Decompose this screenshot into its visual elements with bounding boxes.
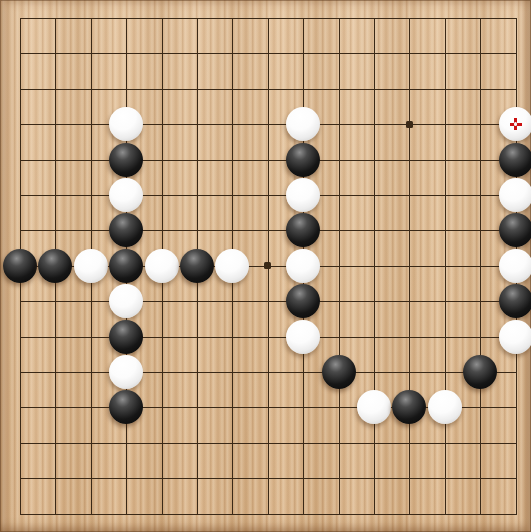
- grid-line-horizontal: [20, 372, 517, 373]
- white-stone: [74, 249, 108, 283]
- white-stone: [499, 107, 531, 141]
- grid-line-horizontal: [20, 301, 517, 302]
- black-stone: [109, 143, 143, 177]
- white-stone: [499, 178, 531, 212]
- black-stone: [109, 390, 143, 424]
- white-stone: [286, 178, 320, 212]
- white-stone: [109, 284, 143, 318]
- grid-line-horizontal: [20, 337, 517, 338]
- last-move-marker: [508, 116, 524, 132]
- star-point: [406, 121, 413, 128]
- black-stone: [3, 249, 37, 283]
- screenshot-stage: [0, 0, 531, 532]
- black-stone: [322, 355, 356, 389]
- white-stone: [215, 249, 249, 283]
- white-stone: [286, 249, 320, 283]
- black-stone: [499, 143, 531, 177]
- grid-line-vertical: [339, 18, 340, 515]
- star-point: [264, 262, 271, 269]
- grid-line-horizontal: [20, 443, 517, 444]
- grid-line-horizontal: [20, 478, 517, 479]
- white-stone: [109, 107, 143, 141]
- grid-line-vertical: [445, 18, 446, 515]
- grid-line-vertical: [480, 18, 481, 515]
- black-stone: [109, 213, 143, 247]
- black-stone: [286, 284, 320, 318]
- black-stone: [499, 213, 531, 247]
- grid-line-vertical: [409, 18, 410, 515]
- white-stone: [109, 355, 143, 389]
- black-stone: [392, 390, 426, 424]
- white-stone: [357, 390, 391, 424]
- goban-board[interactable]: [0, 0, 531, 532]
- black-stone: [180, 249, 214, 283]
- white-stone: [499, 320, 531, 354]
- white-stone: [499, 249, 531, 283]
- black-stone: [38, 249, 72, 283]
- white-stone: [145, 249, 179, 283]
- white-stone: [109, 178, 143, 212]
- grid-line-vertical: [374, 18, 375, 515]
- black-stone: [109, 320, 143, 354]
- black-stone: [286, 213, 320, 247]
- white-stone: [428, 390, 462, 424]
- black-stone: [286, 143, 320, 177]
- black-stone: [499, 284, 531, 318]
- black-stone: [463, 355, 497, 389]
- white-stone: [286, 320, 320, 354]
- black-stone: [109, 249, 143, 283]
- grid-line-horizontal: [20, 514, 517, 515]
- white-stone: [286, 107, 320, 141]
